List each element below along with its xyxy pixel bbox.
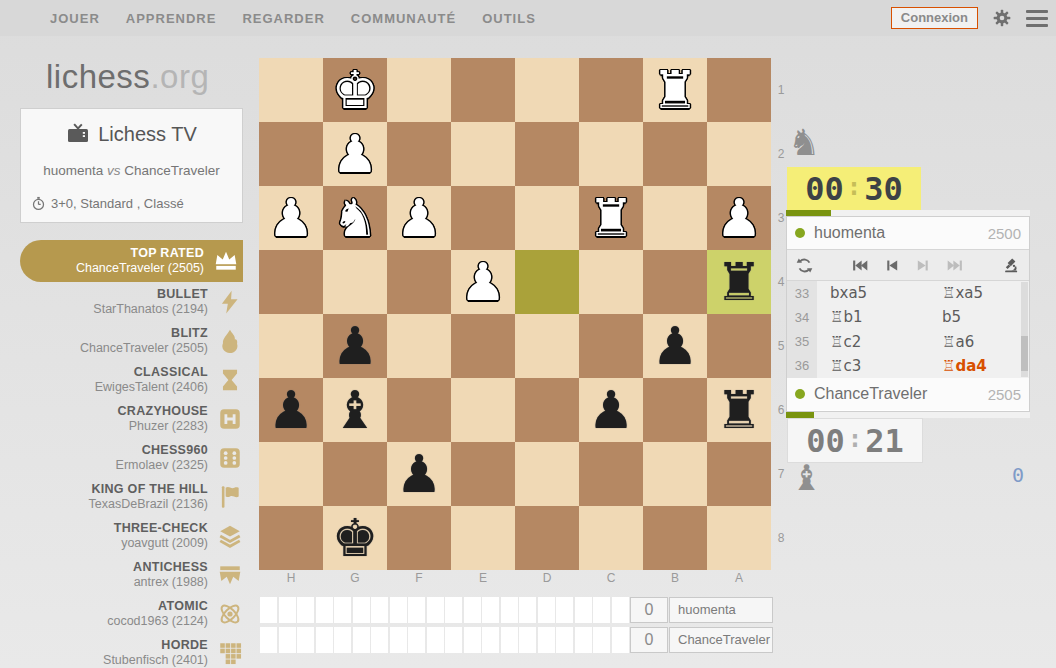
antichess-icon [217, 562, 243, 588]
white-pawn-piece: ♟ [259, 186, 323, 250]
square-h2[interactable] [259, 122, 323, 186]
channel-text: HORDEStubenfisch (2401) [103, 638, 208, 668]
square-a6[interactable]: ♜ [707, 378, 771, 442]
result-cell [408, 597, 425, 623]
atom-icon [217, 601, 243, 627]
square-b5[interactable]: ♟ [643, 314, 707, 378]
channel-name: HORDE [103, 638, 208, 653]
channel-text: THREE-CHECKyoavgutt (2009) [114, 521, 208, 551]
result-cell [427, 597, 444, 623]
game-panel: huomenta 2500 33bxa5♖xa534♖b1b535♖c2 [786, 216, 1030, 412]
black-rook-piece: ♜ [707, 250, 771, 314]
tv-title: Lichess TV [98, 123, 197, 146]
logo-suffix: .org [150, 58, 209, 95]
move-white-35[interactable]: ♖c2 [817, 333, 929, 351]
result-cell [464, 627, 481, 653]
rank-label-7: 7 [774, 442, 788, 506]
online-dot [795, 389, 805, 399]
file-label-a: A [707, 571, 771, 585]
move-number: 35 [787, 334, 817, 349]
square-b6[interactable] [643, 378, 707, 442]
result-cell [390, 627, 407, 653]
player-name-top[interactable]: huomenta [814, 224, 885, 242]
move-list: 33bxa5♖xa534♖b1b535♖c2♖a636♖c3♖da4 [787, 281, 1029, 378]
result-cell [519, 597, 536, 623]
stopwatch-icon [31, 196, 46, 211]
square-e8[interactable] [451, 506, 515, 570]
black-rook-piece: ♜ [707, 378, 771, 442]
result-row-white: 0 huomenta [260, 597, 772, 623]
first-move-icon[interactable] [851, 257, 868, 274]
square-a1[interactable] [707, 58, 771, 122]
result-cell [260, 627, 277, 653]
tv-white-name: huomenta [43, 163, 103, 178]
channel-text: ATOMICcocod1963 (2124) [107, 599, 208, 629]
move-number: 36 [787, 358, 817, 373]
scrollbar[interactable] [1021, 282, 1028, 377]
square-g5[interactable]: ♟ [323, 314, 387, 378]
result-cell [445, 627, 462, 653]
player-name-bottom[interactable]: ChanceTraveler [814, 385, 927, 403]
square-f1[interactable] [387, 58, 451, 122]
square-e6[interactable] [451, 378, 515, 442]
white-pawn-piece: ♟ [323, 122, 387, 186]
square-c1[interactable] [579, 58, 643, 122]
channel-name: CRAZYHOUSE [117, 404, 208, 419]
square-b8[interactable] [643, 506, 707, 570]
channel-crazyhouse[interactable]: CRAZYHOUSEPhuzer (2283) [20, 399, 243, 438]
square-e5[interactable] [451, 314, 515, 378]
channel-name: ATOMIC [107, 599, 208, 614]
hamburger-menu-icon[interactable] [1026, 10, 1048, 27]
white-king-piece: ♚ [323, 58, 387, 122]
tv-header: Lichess TV [21, 122, 242, 146]
move-white-36[interactable]: ♖c3 [817, 357, 929, 375]
flag-icon [217, 484, 243, 510]
square-f5[interactable] [387, 314, 451, 378]
result-cell [371, 627, 388, 653]
player-row-top: huomenta 2500 [787, 217, 1029, 249]
square-d2[interactable] [515, 122, 579, 186]
square-d1[interactable] [515, 58, 579, 122]
square-h1[interactable] [259, 58, 323, 122]
fire-icon [217, 328, 243, 354]
result-cell [593, 627, 610, 653]
channel-name: CHESS960 [116, 443, 208, 458]
site-logo[interactable]: lichess.org [46, 58, 209, 96]
captured-bishop-icon: ♝ [791, 461, 822, 496]
nav-item-jouer[interactable]: JOUER [50, 11, 100, 26]
channel-player: Ermolaev (2325) [116, 458, 208, 473]
hourglass-icon [217, 367, 243, 393]
nav-item-communaut[interactable]: COMMUNAUTÉ [351, 11, 456, 26]
square-g1[interactable]: ♚ [323, 58, 387, 122]
channel-text: CRAZYHOUSEPhuzer (2283) [117, 404, 208, 434]
move-number: 34 [787, 310, 817, 325]
black-king-piece: ♚ [323, 506, 387, 570]
online-dot [795, 228, 805, 238]
login-button[interactable]: Connexion [891, 7, 978, 29]
dice-icon [217, 445, 243, 471]
square-c2[interactable] [579, 122, 643, 186]
flip-board-icon[interactable] [796, 257, 813, 274]
file-label-d: D [515, 571, 579, 585]
black-pawn-piece: ♟ [579, 378, 643, 442]
square-h6[interactable]: ♟ [259, 378, 323, 442]
channel-player: Phuzer (2283) [117, 419, 208, 434]
player-row-bottom: ChanceTraveler 2505 [787, 378, 1029, 410]
square-g2[interactable]: ♟ [323, 122, 387, 186]
result-cell [408, 627, 425, 653]
rank-label-2: 2 [774, 122, 788, 186]
square-b2[interactable] [643, 122, 707, 186]
square-b1[interactable]: ♜ [643, 58, 707, 122]
channel-player: TexasDeBrazil (2136) [89, 497, 209, 512]
result-cell [445, 597, 462, 623]
result-cell [371, 597, 388, 623]
move-white-34[interactable]: ♖b1 [817, 308, 929, 326]
channel-player: EwigesTalent (2406) [95, 380, 208, 395]
square-a3[interactable]: ♟ [707, 186, 771, 250]
score-black: 0 [630, 627, 668, 653]
square-f2[interactable] [387, 122, 451, 186]
time-control-label: 3+0, Standard , Classé [51, 196, 184, 211]
score-name-white: huomenta [669, 597, 773, 623]
result-cell [353, 627, 370, 653]
move-black-33[interactable]: ♖xa5 [929, 284, 1029, 302]
crazyhouse-icon [217, 406, 243, 432]
square-a8[interactable] [707, 506, 771, 570]
square-e7[interactable] [451, 442, 515, 506]
channel-name: KING OF THE HILL [89, 482, 209, 497]
channel-name: CLASSICAL [95, 365, 208, 380]
result-cell [501, 597, 518, 623]
square-h4[interactable] [259, 250, 323, 314]
channel-horde[interactable]: HORDEStubenfisch (2401) [20, 633, 243, 668]
channel-player: yoavgutt (2009) [114, 536, 208, 551]
result-cell [464, 597, 481, 623]
result-cell [556, 627, 573, 653]
square-c4[interactable] [579, 250, 643, 314]
black-pawn-piece: ♟ [387, 442, 451, 506]
white-rook-piece: ♜ [579, 186, 643, 250]
black-bishop-piece: ♝ [323, 378, 387, 442]
move-white-33[interactable]: bxa5 [817, 284, 929, 302]
file-label-f: F [387, 571, 451, 585]
channel-player: StarThanatos (2194) [93, 302, 208, 317]
settings-gear-icon[interactable] [992, 8, 1012, 28]
last-move-icon[interactable] [947, 257, 964, 274]
result-row-black: 0 ChanceTraveler [260, 627, 772, 653]
crown-icon [213, 248, 239, 274]
channel-player: Stubenfisch (2401) [103, 653, 208, 668]
channel-antichess[interactable]: ANTICHESSantrex (1988) [20, 555, 243, 594]
score-name-black: ChanceTraveler [669, 627, 773, 653]
result-cell [556, 597, 573, 623]
result-cell [501, 627, 518, 653]
logo-main: lichess [46, 58, 150, 95]
tv-players: huomenta vs ChanceTraveler [21, 163, 242, 178]
move-number: 33 [787, 286, 817, 301]
next-move-icon[interactable] [915, 257, 932, 274]
square-f3[interactable]: ♟ [387, 186, 451, 250]
square-f4[interactable] [387, 250, 451, 314]
square-c7[interactable] [579, 442, 643, 506]
square-d8[interactable] [515, 506, 579, 570]
channel-top-rated[interactable]: TOP RATEDChanceTraveler (2505) [20, 240, 243, 282]
square-g4[interactable] [323, 250, 387, 314]
result-cell [316, 597, 333, 623]
channel-text: TOP RATEDChanceTraveler (2505) [76, 246, 204, 276]
square-f8[interactable] [387, 506, 451, 570]
result-cell [390, 597, 407, 623]
result-cell [575, 627, 592, 653]
move-controls [787, 249, 1029, 281]
square-a5[interactable] [707, 314, 771, 378]
channel-text: CHESS960Ermolaev (2325) [116, 443, 208, 473]
square-e4[interactable]: ♟ [451, 250, 515, 314]
vs-label: vs [107, 163, 121, 178]
tv-icon [66, 122, 90, 146]
lightning-icon [217, 289, 243, 315]
file-label-h: H [259, 571, 323, 585]
lichess-tv-card: Lichess TV huomenta vs ChanceTraveler 3+… [20, 108, 243, 223]
channel-name: ANTICHESS [133, 560, 208, 575]
horde-icon [217, 640, 243, 666]
nav-item-outils[interactable]: OUTILS [482, 11, 536, 26]
result-cell [593, 597, 610, 623]
game-meta: 3+0, Standard , Classé [31, 196, 184, 211]
result-cell [538, 627, 555, 653]
result-cell [519, 627, 536, 653]
white-knight-piece: ♞ [323, 186, 387, 250]
white-rook-piece: ♜ [643, 58, 707, 122]
result-cells-black [260, 627, 629, 653]
square-h8[interactable] [259, 506, 323, 570]
channel-text: BLITZChanceTraveler (2505) [80, 326, 208, 356]
previous-move-icon[interactable] [883, 257, 900, 274]
player-rating-top: 2500 [988, 225, 1021, 242]
tv-channel-list: TOP RATEDChanceTraveler (2505)BULLETStar… [20, 240, 243, 668]
clock-top: 00:30 [787, 167, 921, 210]
three-check-icon [217, 523, 243, 549]
square-d6[interactable] [515, 378, 579, 442]
channel-text: CLASSICALEwigesTalent (2406) [95, 365, 208, 395]
channel-blitz[interactable]: BLITZChanceTraveler (2505) [20, 321, 243, 360]
square-b7[interactable] [643, 442, 707, 506]
black-pawn-piece: ♟ [259, 378, 323, 442]
square-a2[interactable] [707, 122, 771, 186]
square-h7[interactable] [259, 442, 323, 506]
square-e3[interactable] [451, 186, 515, 250]
square-e1[interactable] [451, 58, 515, 122]
rank-label-8: 8 [774, 506, 788, 570]
channel-name: BLITZ [80, 326, 208, 341]
result-cell [316, 627, 333, 653]
tv-black-name: ChanceTraveler [124, 163, 220, 178]
square-g8[interactable]: ♚ [323, 506, 387, 570]
channel-name: THREE-CHECK [114, 521, 208, 536]
white-pawn-piece: ♟ [387, 186, 451, 250]
square-b4[interactable] [643, 250, 707, 314]
material-score: 0 [1012, 463, 1024, 487]
channel-player: antrex (1988) [133, 575, 208, 590]
channel-bullet[interactable]: BULLETStarThanatos (2194) [20, 282, 243, 321]
square-c8[interactable] [579, 506, 643, 570]
white-pawn-piece: ♟ [451, 250, 515, 314]
square-c3[interactable]: ♜ [579, 186, 643, 250]
result-cell [260, 597, 277, 623]
channel-name: BULLET [93, 287, 208, 302]
channel-king-of-the-hill[interactable]: KING OF THE HILLTexasDeBrazil (2136) [20, 477, 243, 516]
square-f6[interactable] [387, 378, 451, 442]
nav-item-apprendre[interactable]: APPRENDRE [126, 11, 217, 26]
result-cell [334, 627, 351, 653]
square-d7[interactable] [515, 442, 579, 506]
channel-player: ChanceTraveler (2505) [76, 261, 204, 276]
square-a7[interactable] [707, 442, 771, 506]
result-cell [279, 597, 296, 623]
square-b3[interactable] [643, 186, 707, 250]
captured-knight-icon: ♞ [788, 125, 820, 161]
move-black-35[interactable]: ♖a6 [929, 333, 1029, 351]
result-cell [353, 597, 370, 623]
square-h3[interactable]: ♟ [259, 186, 323, 250]
result-cell [297, 597, 314, 623]
result-cell [427, 627, 444, 653]
nav-item-regarder[interactable]: REGARDER [242, 11, 324, 26]
result-cell [538, 597, 555, 623]
channel-text: ANTICHESSantrex (1988) [133, 560, 208, 590]
square-d4[interactable] [515, 250, 579, 314]
square-c6[interactable]: ♟ [579, 378, 643, 442]
top-nav: JOUERAPPRENDREREGARDERCOMMUNAUTÉOUTILS C… [0, 0, 1056, 36]
file-label-e: E [451, 571, 515, 585]
channel-name: TOP RATED [76, 246, 204, 261]
result-cell [279, 627, 296, 653]
square-c5[interactable] [579, 314, 643, 378]
channel-text: BULLETStarThanatos (2194) [93, 287, 208, 317]
channel-chess960[interactable]: CHESS960Ermolaev (2325) [20, 438, 243, 477]
white-pawn-piece: ♟ [707, 186, 771, 250]
square-d5[interactable] [515, 314, 579, 378]
file-labels: HGFEDCBA [259, 571, 771, 585]
black-pawn-piece: ♟ [323, 314, 387, 378]
square-h5[interactable] [259, 314, 323, 378]
move-black-34[interactable]: b5 [929, 308, 1029, 326]
channel-text: KING OF THE HILLTexasDeBrazil (2136) [89, 482, 209, 512]
move-black-36[interactable]: ♖da4 [929, 357, 1029, 375]
result-cell [297, 627, 314, 653]
result-cell [575, 597, 592, 623]
result-cell [612, 597, 629, 623]
square-g3[interactable]: ♞ [323, 186, 387, 250]
channel-atomic[interactable]: ATOMICcocod1963 (2124) [20, 594, 243, 633]
file-label-g: G [323, 571, 387, 585]
square-e2[interactable] [451, 122, 515, 186]
file-label-c: C [579, 571, 643, 585]
nav-menu: JOUERAPPRENDREREGARDERCOMMUNAUTÉOUTILS [50, 0, 536, 36]
clock-bottom: 00:21 [787, 418, 923, 463]
black-pawn-piece: ♟ [643, 314, 707, 378]
result-cell [334, 597, 351, 623]
square-d3[interactable] [515, 186, 579, 250]
channel-classical[interactable]: CLASSICALEwigesTalent (2406) [20, 360, 243, 399]
file-label-b: B [643, 571, 707, 585]
scrollbar-thumb[interactable] [1021, 336, 1028, 371]
rank-label-1: 1 [774, 58, 788, 122]
chess-board: ♚♜♟♟♞♟♜♟♟♜♟♟♟♝♟♜♟♚ [259, 58, 771, 570]
square-g6[interactable]: ♝ [323, 378, 387, 442]
square-f7[interactable]: ♟ [387, 442, 451, 506]
square-a4[interactable]: ♜ [707, 250, 771, 314]
result-cell [482, 597, 499, 623]
result-cells-white [260, 597, 629, 623]
channel-player: ChanceTraveler (2505) [80, 341, 208, 356]
channel-three-check[interactable]: THREE-CHECKyoavgutt (2009) [20, 516, 243, 555]
result-cell [482, 627, 499, 653]
channel-player: cocod1963 (2124) [107, 614, 208, 629]
square-g7[interactable] [323, 442, 387, 506]
score-white: 0 [630, 597, 668, 623]
player-rating-bottom: 2505 [988, 386, 1021, 403]
analysis-board-icon[interactable] [1003, 257, 1020, 274]
result-cell [612, 627, 629, 653]
